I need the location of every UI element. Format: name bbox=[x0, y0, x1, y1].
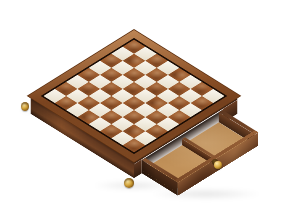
drawer-knob bbox=[214, 161, 222, 169]
floor-shadow-drawer bbox=[150, 188, 262, 200]
chess-box-photo bbox=[0, 0, 290, 218]
brass-foot-near bbox=[124, 178, 134, 188]
brass-foot-left bbox=[21, 102, 29, 111]
